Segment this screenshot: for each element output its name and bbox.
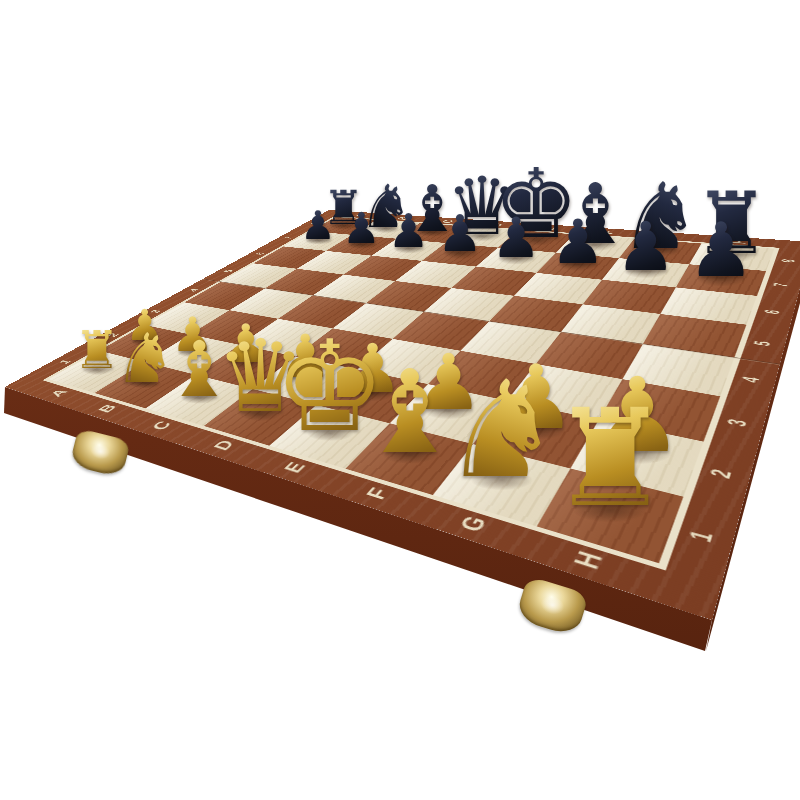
file-label-near-a: A xyxy=(47,388,69,398)
file-label-near-d: D xyxy=(210,438,237,452)
file-label-far-h: H xyxy=(729,239,750,244)
rank-label-right-5: 5 xyxy=(751,340,774,347)
rank-label-right-1: 1 xyxy=(685,528,718,545)
board-inner-border xyxy=(43,216,780,570)
file-label-far-e: E xyxy=(540,227,557,231)
file-label-near-b: B xyxy=(95,403,119,414)
file-label-near-g: G xyxy=(455,513,491,534)
file-label-far-f: F xyxy=(598,231,616,235)
rank-label-right-3: 3 xyxy=(724,417,751,428)
file-label-near-e: E xyxy=(280,460,309,475)
rank-label-right-7: 7 xyxy=(771,282,791,287)
file-label-near-h: H xyxy=(568,548,607,572)
file-label-near-f: F xyxy=(361,485,392,501)
rank-label-right-4: 4 xyxy=(738,375,763,384)
front-clasp-right-icon xyxy=(515,576,589,638)
front-clasp-left-icon xyxy=(69,428,131,478)
chess-board[interactable]: AABBCCDDEEFFGGHH1122334455667788 xyxy=(5,210,800,620)
board-squares-grid xyxy=(49,217,775,563)
rank-label-right-6: 6 xyxy=(761,309,783,315)
rank-label-right-2: 2 xyxy=(706,467,736,480)
chess-set-photo: AABBCCDDEEFFGGHH1122334455667788 ♜♞♝♛♚♝♞… xyxy=(0,0,800,800)
rank-label-right-8: 8 xyxy=(779,259,798,263)
file-label-near-c: C xyxy=(149,419,175,431)
